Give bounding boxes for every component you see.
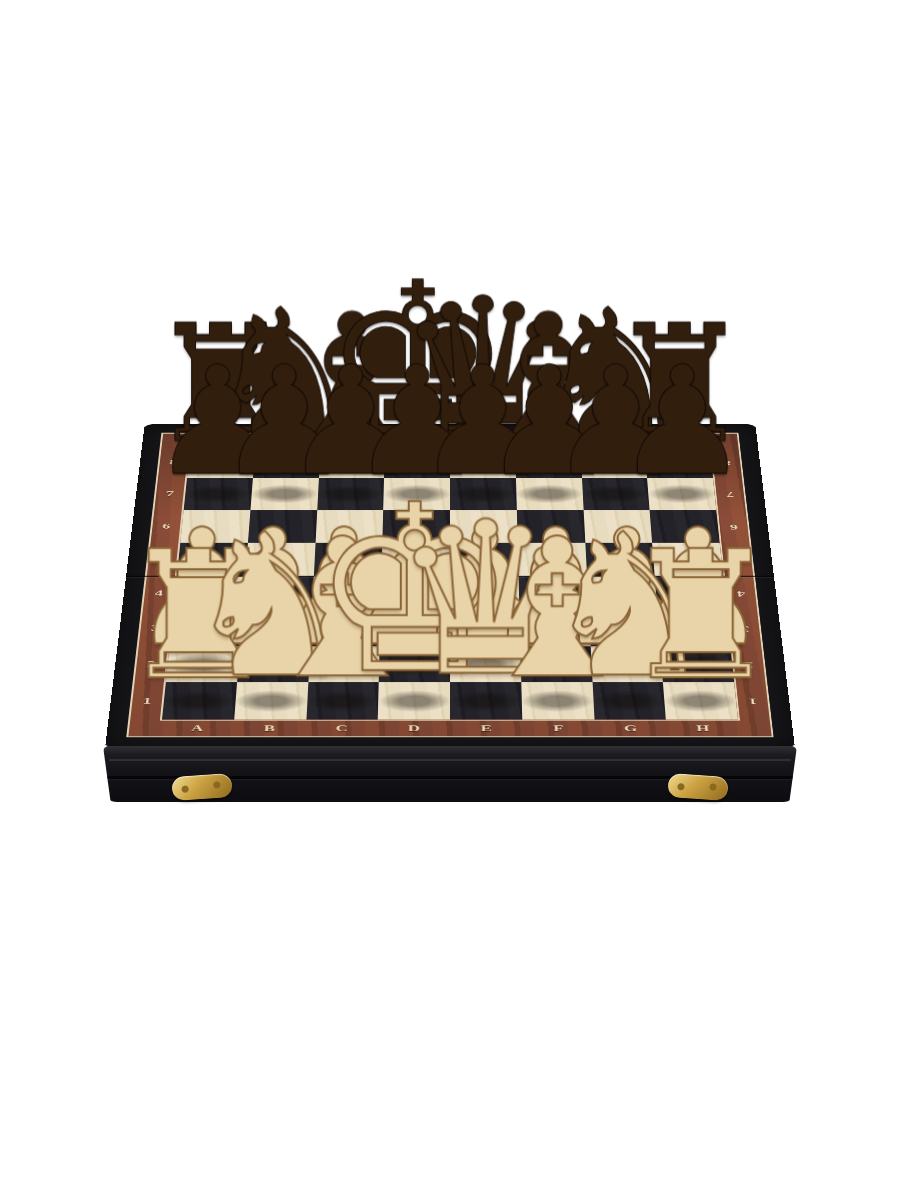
rank-label-right-4: 4 xyxy=(725,576,757,610)
file-label-a: A xyxy=(160,721,234,737)
file-label-g: G xyxy=(594,721,667,737)
file-label-b: B xyxy=(233,721,306,737)
rank-label-left-7: 7 xyxy=(154,478,185,510)
rank-label-left-4: 4 xyxy=(143,576,175,610)
rank-label-right-8: 8 xyxy=(712,447,742,478)
rank-label-right-6: 6 xyxy=(718,510,749,543)
chess-board: ABCDEFGH8877665544332211 ♜♞♝♚♛♝♞♜♟♟♟♟♟♟♟… xyxy=(105,424,795,748)
pieces-layer: ♜♞♝♚♛♝♞♜♟♟♟♟♟♟♟♟♟♟♟♟♟♟♟♟♜♞♝♚♛♝♞♜ xyxy=(105,424,795,748)
rank-label-left-8: 8 xyxy=(158,447,188,478)
rank-label-left-3: 3 xyxy=(139,611,172,646)
brass-clasp-right-icon xyxy=(667,773,729,801)
rank-label-right-7: 7 xyxy=(715,478,746,510)
file-label-e: E xyxy=(450,721,522,737)
rank-label-right-3: 3 xyxy=(729,611,762,646)
rank-label-right-2: 2 xyxy=(732,646,765,682)
file-label-c: C xyxy=(305,721,378,737)
rank-label-left-5: 5 xyxy=(147,543,179,577)
rank-label-right-1: 1 xyxy=(736,682,770,719)
brass-clasp-left-icon xyxy=(171,773,233,801)
file-label-d: D xyxy=(378,721,450,737)
rank-label-left-1: 1 xyxy=(130,682,164,719)
lid-edge-highlight xyxy=(109,759,791,761)
rank-label-left-2: 2 xyxy=(135,646,168,682)
file-label-f: F xyxy=(522,721,595,737)
photo-backdrop: ABCDEFGH8877665544332211 ♜♞♝♚♛♝♞♜♟♟♟♟♟♟♟… xyxy=(0,0,900,1200)
rank-label-right-5: 5 xyxy=(722,543,754,577)
file-label-h: H xyxy=(666,721,740,737)
rank-label-left-6: 6 xyxy=(151,510,182,543)
